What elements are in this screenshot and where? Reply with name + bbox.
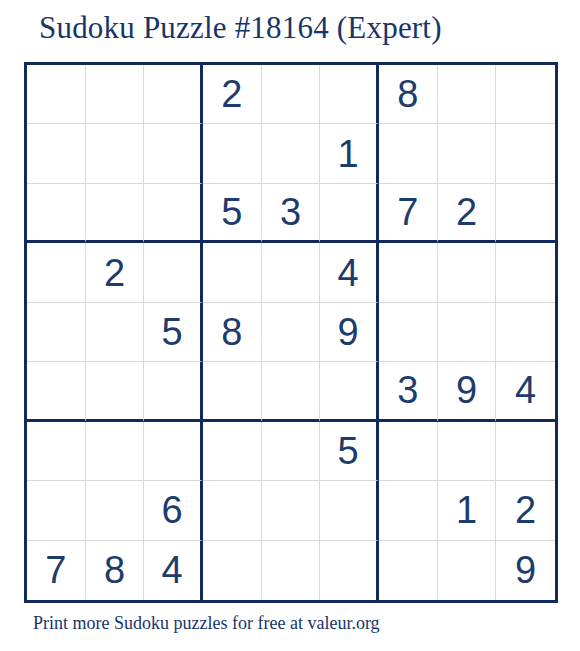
cell-r6c7: 3 xyxy=(379,362,438,421)
cell-r4c3 xyxy=(144,243,203,302)
cell-r2c4 xyxy=(203,124,262,183)
cell-r8c4 xyxy=(203,481,262,540)
cell-r9c7 xyxy=(379,541,438,600)
cell-r3c8: 2 xyxy=(438,184,497,243)
cell-r2c2 xyxy=(86,124,145,183)
cell-r8c1 xyxy=(27,481,86,540)
cell-r9c8 xyxy=(438,541,497,600)
cell-r5c9 xyxy=(496,303,555,362)
cell-r2c9 xyxy=(496,124,555,183)
cell-r3c6 xyxy=(320,184,379,243)
cell-r6c8: 9 xyxy=(438,362,497,421)
cell-r7c5 xyxy=(262,422,321,481)
cell-r4c9 xyxy=(496,243,555,302)
cell-r8c8: 1 xyxy=(438,481,497,540)
cell-r5c1 xyxy=(27,303,86,362)
cell-r9c1: 7 xyxy=(27,541,86,600)
cell-r4c5 xyxy=(262,243,321,302)
cell-r3c5: 3 xyxy=(262,184,321,243)
cell-r7c9 xyxy=(496,422,555,481)
cell-r1c2 xyxy=(86,65,145,124)
cell-r4c8 xyxy=(438,243,497,302)
cell-r9c2: 8 xyxy=(86,541,145,600)
cell-r2c8 xyxy=(438,124,497,183)
cell-r9c4 xyxy=(203,541,262,600)
cell-r5c4: 8 xyxy=(203,303,262,362)
cell-r3c4: 5 xyxy=(203,184,262,243)
footer-text: Print more Sudoku puzzles for free at va… xyxy=(33,613,380,634)
cell-r5c2 xyxy=(86,303,145,362)
cell-r8c2 xyxy=(86,481,145,540)
sudoku-grid: 28153722458939456127849 xyxy=(24,62,558,603)
cell-r9c9: 9 xyxy=(496,541,555,600)
cell-r5c3: 5 xyxy=(144,303,203,362)
cell-r7c8 xyxy=(438,422,497,481)
cell-r4c1 xyxy=(27,243,86,302)
cell-r5c6: 9 xyxy=(320,303,379,362)
cell-r6c5 xyxy=(262,362,321,421)
cell-r2c5 xyxy=(262,124,321,183)
cell-r7c7 xyxy=(379,422,438,481)
cell-r8c7 xyxy=(379,481,438,540)
cell-r3c9 xyxy=(496,184,555,243)
cell-r3c7: 7 xyxy=(379,184,438,243)
cell-r9c5 xyxy=(262,541,321,600)
cell-r8c3: 6 xyxy=(144,481,203,540)
cell-r1c5 xyxy=(262,65,321,124)
cell-r6c4 xyxy=(203,362,262,421)
cell-r7c3 xyxy=(144,422,203,481)
cell-r6c6 xyxy=(320,362,379,421)
cell-r7c1 xyxy=(27,422,86,481)
cell-r8c5 xyxy=(262,481,321,540)
page-title: Sudoku Puzzle #18164 (Expert) xyxy=(39,10,442,46)
sudoku-page: Sudoku Puzzle #18164 (Expert) 2815372245… xyxy=(0,0,580,651)
cell-r9c6 xyxy=(320,541,379,600)
cell-r1c6 xyxy=(320,65,379,124)
cell-r1c4: 2 xyxy=(203,65,262,124)
cell-r7c4 xyxy=(203,422,262,481)
cell-r6c2 xyxy=(86,362,145,421)
cell-r4c4 xyxy=(203,243,262,302)
cell-r4c7 xyxy=(379,243,438,302)
cell-r1c7: 8 xyxy=(379,65,438,124)
cell-r6c1 xyxy=(27,362,86,421)
cell-r2c7 xyxy=(379,124,438,183)
cell-r1c9 xyxy=(496,65,555,124)
cell-r1c3 xyxy=(144,65,203,124)
cell-r2c6: 1 xyxy=(320,124,379,183)
cell-r1c8 xyxy=(438,65,497,124)
cell-r5c7 xyxy=(379,303,438,362)
cell-r8c6 xyxy=(320,481,379,540)
cell-r1c1 xyxy=(27,65,86,124)
cell-r4c6: 4 xyxy=(320,243,379,302)
cell-r7c6: 5 xyxy=(320,422,379,481)
cell-r9c3: 4 xyxy=(144,541,203,600)
cell-r2c1 xyxy=(27,124,86,183)
cell-r3c2 xyxy=(86,184,145,243)
cell-r3c3 xyxy=(144,184,203,243)
cell-r4c2: 2 xyxy=(86,243,145,302)
cell-r3c1 xyxy=(27,184,86,243)
cell-r5c5 xyxy=(262,303,321,362)
cell-r5c8 xyxy=(438,303,497,362)
cell-r6c3 xyxy=(144,362,203,421)
cell-r8c9: 2 xyxy=(496,481,555,540)
cell-r7c2 xyxy=(86,422,145,481)
cell-r6c9: 4 xyxy=(496,362,555,421)
cell-r2c3 xyxy=(144,124,203,183)
